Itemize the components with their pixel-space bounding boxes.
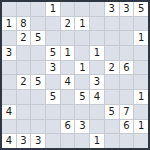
empty-cell-r3c5[interactable] [61,31,75,45]
clue-cell-r7c7: 4 [90,90,104,104]
empty-cell-r1c2[interactable] [17,2,31,16]
clue-cell-r3c3: 5 [31,31,45,45]
clue-cell-r6c5: 4 [61,75,75,89]
empty-cell-r4c8[interactable] [105,46,119,60]
clue-cell-r9c9: 6 [120,120,134,134]
empty-cell-r7c9[interactable] [120,90,134,104]
empty-cell-r7c1[interactable] [2,90,16,104]
empty-cell-r4c6[interactable] [75,46,89,60]
empty-cell-r5c3[interactable] [31,61,45,75]
empty-cell-r2c10[interactable] [134,17,148,31]
empty-cell-r10c5[interactable] [61,134,75,148]
empty-cell-r3c6[interactable] [75,31,89,45]
empty-cell-r3c1[interactable] [2,31,16,45]
clue-cell-r9c10: 1 [134,120,148,134]
clue-cell-r1c10: 5 [134,2,148,16]
clue-cell-r9c6: 3 [75,120,89,134]
clue-cell-r2c1: 1 [2,17,16,31]
clue-cell-r3c2: 2 [17,31,31,45]
empty-cell-r8c5[interactable] [61,105,75,119]
empty-cell-r10c9[interactable] [120,134,134,148]
empty-cell-r1c3[interactable] [31,2,45,16]
empty-cell-r4c3[interactable] [31,46,45,60]
clue-cell-r6c3: 5 [31,75,45,89]
empty-cell-r4c2[interactable] [17,46,31,60]
clue-cell-r7c6: 5 [75,90,89,104]
empty-cell-r10c8[interactable] [105,134,119,148]
empty-cell-r3c8[interactable] [105,31,119,45]
empty-cell-r9c2[interactable] [17,120,31,134]
empty-cell-r9c8[interactable] [105,120,119,134]
empty-cell-r1c1[interactable] [2,2,16,16]
empty-cell-r9c3[interactable] [31,120,45,134]
empty-cell-r2c9[interactable] [120,17,134,31]
clue-cell-r7c4: 5 [46,90,60,104]
clue-cell-r1c4: 1 [46,2,60,16]
empty-cell-r6c4[interactable] [46,75,60,89]
clue-cell-r2c5: 2 [61,17,75,31]
empty-cell-r5c5[interactable] [61,61,75,75]
clue-cell-r9c5: 6 [61,120,75,134]
empty-cell-r8c4[interactable] [46,105,60,119]
clue-cell-r4c4: 5 [46,46,60,60]
empty-cell-r4c10[interactable] [134,46,148,60]
clue-cell-r1c8: 3 [105,2,119,16]
clue-cell-r10c7: 1 [90,134,104,148]
empty-cell-r10c4[interactable] [46,134,60,148]
empty-cell-r7c8[interactable] [105,90,119,104]
clue-cell-r5c6: 1 [75,61,89,75]
empty-cell-r9c4[interactable] [46,120,60,134]
clue-cell-r7c10: 1 [134,90,148,104]
empty-cell-r1c7[interactable] [90,2,104,16]
empty-cell-r7c3[interactable] [31,90,45,104]
empty-cell-r1c5[interactable] [61,2,75,16]
empty-cell-r7c5[interactable] [61,90,75,104]
clue-cell-r4c7: 1 [90,46,104,60]
empty-cell-r6c6[interactable] [75,75,89,89]
empty-cell-r9c1[interactable] [2,120,16,134]
clue-cell-r2c6: 1 [75,17,89,31]
empty-cell-r8c2[interactable] [17,105,31,119]
empty-cell-r2c4[interactable] [46,17,60,31]
clue-cell-r1c9: 3 [120,2,134,16]
empty-cell-r6c1[interactable] [2,75,16,89]
empty-cell-r4c9[interactable] [120,46,134,60]
clue-cell-r8c8: 5 [105,105,119,119]
empty-cell-r6c9[interactable] [120,75,134,89]
empty-cell-r9c7[interactable] [90,120,104,134]
clue-cell-r8c1: 4 [2,105,16,119]
empty-cell-r5c7[interactable] [90,61,104,75]
clue-cell-r8c9: 7 [120,105,134,119]
empty-cell-r2c8[interactable] [105,17,119,31]
clue-cell-r6c7: 3 [90,75,104,89]
clue-cell-r4c5: 1 [61,46,75,60]
empty-cell-r3c7[interactable] [90,31,104,45]
clue-cell-r3c10: 1 [134,31,148,45]
empty-cell-r3c4[interactable] [46,31,60,45]
clue-cell-r10c1: 4 [2,134,16,148]
empty-cell-r6c10[interactable] [134,75,148,89]
empty-cell-r3c9[interactable] [120,31,134,45]
empty-cell-r10c10[interactable] [134,134,148,148]
empty-cell-r2c7[interactable] [90,17,104,31]
puzzle-board: 13351821251351131262543554145763614331 [0,0,150,150]
clue-cell-r2c2: 8 [17,17,31,31]
empty-cell-r8c10[interactable] [134,105,148,119]
clue-cell-r6c2: 2 [17,75,31,89]
empty-cell-r1c6[interactable] [75,2,89,16]
clue-cell-r5c8: 2 [105,61,119,75]
empty-cell-r7c2[interactable] [17,90,31,104]
empty-cell-r10c6[interactable] [75,134,89,148]
empty-cell-r5c10[interactable] [134,61,148,75]
empty-cell-r8c6[interactable] [75,105,89,119]
clue-cell-r10c2: 3 [17,134,31,148]
empty-cell-r8c7[interactable] [90,105,104,119]
clue-cell-r4c1: 3 [2,46,16,60]
empty-cell-r2c3[interactable] [31,17,45,31]
empty-cell-r8c3[interactable] [31,105,45,119]
empty-cell-r5c1[interactable] [2,61,16,75]
clue-cell-r5c9: 6 [120,61,134,75]
clue-cell-r10c3: 3 [31,134,45,148]
clue-cell-r5c4: 3 [46,61,60,75]
empty-cell-r6c8[interactable] [105,75,119,89]
empty-cell-r5c2[interactable] [17,61,31,75]
